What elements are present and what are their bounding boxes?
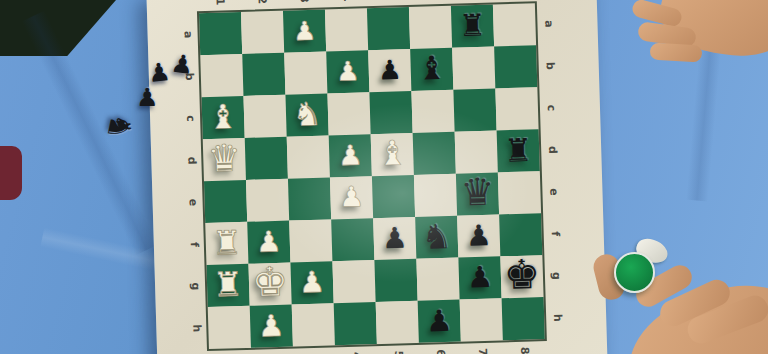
rank-label-top-4: 4 bbox=[338, 0, 352, 5]
square-g2 bbox=[248, 263, 291, 306]
board-grid bbox=[199, 3, 545, 349]
square-a5 bbox=[367, 7, 410, 50]
rank-label-top-3: 3 bbox=[296, 0, 310, 6]
file-label-right-b: b bbox=[543, 59, 557, 73]
square-h8 bbox=[502, 297, 545, 340]
file-label-right-d: d bbox=[545, 143, 559, 157]
square-h7 bbox=[460, 298, 503, 341]
file-label-right-h: h bbox=[550, 311, 564, 325]
file-label-left-h: h bbox=[189, 321, 203, 335]
square-c3 bbox=[285, 93, 328, 136]
square-f5 bbox=[373, 217, 416, 260]
background-shadow-corner bbox=[0, 0, 116, 56]
captured-black-P-1: ♟ bbox=[169, 51, 195, 79]
rank-label-bottom-3: 3 bbox=[307, 350, 321, 354]
square-h3 bbox=[292, 303, 335, 346]
rank-label-top-7: 7 bbox=[464, 0, 478, 1]
file-label-right-c: c bbox=[544, 101, 558, 115]
square-d1 bbox=[203, 138, 246, 181]
file-label-left-d: d bbox=[184, 153, 198, 167]
square-g4 bbox=[332, 260, 375, 303]
file-label-left-f: f bbox=[187, 237, 201, 251]
square-e2 bbox=[246, 179, 289, 222]
square-e4 bbox=[330, 176, 373, 219]
square-a2 bbox=[241, 11, 284, 54]
square-h6 bbox=[418, 300, 461, 343]
square-g8 bbox=[500, 255, 543, 298]
file-label-right-a: a bbox=[541, 17, 555, 31]
green-capped-container bbox=[614, 252, 655, 293]
file-label-left-g: g bbox=[188, 279, 202, 293]
square-f8 bbox=[499, 213, 542, 256]
rank-label-bottom-6: 6 bbox=[433, 346, 447, 354]
square-c2 bbox=[243, 95, 286, 138]
square-e6 bbox=[414, 174, 457, 217]
file-label-left-c: c bbox=[183, 111, 197, 125]
square-c1 bbox=[201, 96, 244, 139]
square-f2 bbox=[247, 221, 290, 264]
square-e5 bbox=[372, 175, 415, 218]
square-g3 bbox=[290, 261, 333, 304]
square-a7 bbox=[451, 4, 494, 47]
square-e7 bbox=[456, 172, 499, 215]
rank-label-bottom-4: 4 bbox=[349, 348, 363, 354]
captured-black-P-2: ♟ bbox=[136, 85, 158, 110]
square-f7 bbox=[457, 214, 500, 257]
chess-mat: 1234567812345678abcdefghabcdefgh ♝♛♜♜♟♚♟… bbox=[146, 0, 607, 354]
square-g7 bbox=[458, 256, 501, 299]
square-a8 bbox=[493, 3, 536, 46]
square-f4 bbox=[331, 218, 374, 261]
square-a6 bbox=[409, 6, 452, 49]
square-b1 bbox=[200, 54, 243, 97]
square-f6 bbox=[415, 216, 458, 259]
square-b4 bbox=[326, 50, 369, 93]
square-f1 bbox=[205, 222, 248, 265]
rank-label-bottom-5: 5 bbox=[391, 347, 405, 354]
square-b5 bbox=[368, 49, 411, 92]
photo-scene: 1234567812345678abcdefghabcdefgh ♝♛♜♜♟♚♟… bbox=[0, 0, 768, 354]
rank-label-bottom-8: 8 bbox=[517, 344, 531, 354]
square-h4 bbox=[334, 302, 377, 345]
square-e8 bbox=[498, 171, 541, 214]
square-b7 bbox=[452, 46, 495, 89]
opponent-finger bbox=[650, 43, 703, 63]
rank-label-top-1: 1 bbox=[212, 0, 226, 9]
square-f3 bbox=[289, 219, 332, 262]
square-g6 bbox=[416, 258, 459, 301]
file-label-right-e: e bbox=[546, 185, 560, 199]
square-d2 bbox=[245, 137, 288, 180]
square-b2 bbox=[242, 53, 285, 96]
square-h1 bbox=[208, 306, 251, 349]
square-d7 bbox=[455, 130, 498, 173]
square-c6 bbox=[411, 90, 454, 133]
square-g1 bbox=[206, 264, 249, 307]
rank-label-top-5: 5 bbox=[380, 0, 394, 4]
square-c5 bbox=[369, 91, 412, 134]
square-c8 bbox=[495, 87, 538, 130]
file-label-left-e: e bbox=[185, 195, 199, 209]
file-label-right-f: f bbox=[547, 227, 561, 241]
square-b8 bbox=[494, 45, 537, 88]
square-d8 bbox=[497, 129, 540, 172]
square-d6 bbox=[413, 132, 456, 175]
square-e1 bbox=[204, 180, 247, 223]
square-d5 bbox=[371, 133, 414, 176]
file-label-left-a: a bbox=[180, 27, 194, 41]
captured-black-N-3: ♞ bbox=[102, 111, 137, 144]
background-red-cloth bbox=[0, 146, 22, 200]
square-a1 bbox=[199, 12, 242, 55]
square-d3 bbox=[287, 135, 330, 178]
square-c7 bbox=[453, 88, 496, 131]
square-h5 bbox=[376, 301, 419, 344]
rank-label-bottom-7: 7 bbox=[475, 345, 489, 354]
rank-label-top-2: 2 bbox=[254, 0, 268, 8]
square-b3 bbox=[284, 51, 327, 94]
square-a4 bbox=[325, 8, 368, 51]
square-a3 bbox=[283, 9, 326, 52]
rank-label-top-6: 6 bbox=[422, 0, 436, 3]
square-d4 bbox=[329, 134, 372, 177]
square-h2 bbox=[250, 305, 293, 348]
square-g5 bbox=[374, 259, 417, 302]
square-b6 bbox=[410, 48, 453, 91]
file-label-right-g: g bbox=[549, 269, 563, 283]
square-e3 bbox=[288, 177, 331, 220]
square-c4 bbox=[327, 92, 370, 135]
